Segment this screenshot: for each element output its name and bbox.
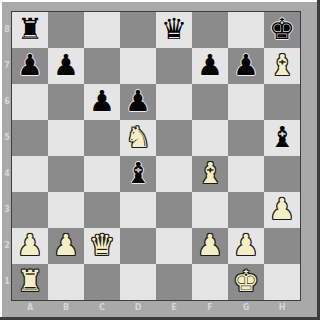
square-a7[interactable]: ♟ <box>12 48 48 84</box>
square-a3[interactable] <box>12 192 48 228</box>
white-pawn[interactable]: ♟ <box>264 192 300 228</box>
square-h6[interactable] <box>264 84 300 120</box>
rank-label-4: 4 <box>2 156 12 192</box>
square-d8[interactable] <box>120 12 156 48</box>
square-c6[interactable]: ♟ <box>84 84 120 120</box>
square-g4[interactable] <box>228 156 264 192</box>
rank-label-8: 8 <box>2 12 12 48</box>
square-e7[interactable] <box>156 48 192 84</box>
square-e8[interactable]: ♛ <box>156 12 192 48</box>
square-a1[interactable]: ♜ <box>12 264 48 300</box>
black-pawn[interactable]: ♟ <box>12 48 48 84</box>
square-b3[interactable] <box>48 192 84 228</box>
square-f8[interactable] <box>192 12 228 48</box>
file-labels: ABCDEFGH <box>12 301 300 315</box>
chess-diagram: 87654321 ♜♛♚♟♟♟♟♝♟♟♞♝♝♝♟♟♟♛♟♟♜♚ ABCDEFGH <box>0 0 320 320</box>
square-f4[interactable]: ♝ <box>192 156 228 192</box>
square-c8[interactable] <box>84 12 120 48</box>
white-queen[interactable]: ♛ <box>84 228 120 264</box>
rank-label-6: 6 <box>2 84 12 120</box>
square-a6[interactable] <box>12 84 48 120</box>
square-g5[interactable] <box>228 120 264 156</box>
square-g1[interactable]: ♚ <box>228 264 264 300</box>
square-a8[interactable]: ♜ <box>12 12 48 48</box>
rank-label-2: 2 <box>2 228 12 264</box>
square-f2[interactable]: ♟ <box>192 228 228 264</box>
square-a5[interactable] <box>12 120 48 156</box>
square-b7[interactable]: ♟ <box>48 48 84 84</box>
white-bishop[interactable]: ♝ <box>264 48 300 84</box>
square-h1[interactable] <box>264 264 300 300</box>
square-b1[interactable] <box>48 264 84 300</box>
square-b2[interactable]: ♟ <box>48 228 84 264</box>
square-g8[interactable] <box>228 12 264 48</box>
square-e5[interactable] <box>156 120 192 156</box>
black-bishop[interactable]: ♝ <box>120 156 156 192</box>
file-label-a: A <box>12 301 48 315</box>
black-rook[interactable]: ♜ <box>12 12 48 48</box>
black-pawn[interactable]: ♟ <box>228 48 264 84</box>
square-d3[interactable] <box>120 192 156 228</box>
white-rook[interactable]: ♜ <box>12 264 48 300</box>
file-label-d: D <box>120 301 156 315</box>
rank-label-5: 5 <box>2 120 12 156</box>
black-pawn[interactable]: ♟ <box>48 48 84 84</box>
square-d1[interactable] <box>120 264 156 300</box>
square-d4[interactable]: ♝ <box>120 156 156 192</box>
square-h8[interactable]: ♚ <box>264 12 300 48</box>
square-b4[interactable] <box>48 156 84 192</box>
black-pawn[interactable]: ♟ <box>120 84 156 120</box>
square-c1[interactable] <box>84 264 120 300</box>
square-c2[interactable]: ♛ <box>84 228 120 264</box>
file-label-e: E <box>156 301 192 315</box>
square-g2[interactable]: ♟ <box>228 228 264 264</box>
file-label-g: G <box>228 301 264 315</box>
square-c3[interactable] <box>84 192 120 228</box>
square-c5[interactable] <box>84 120 120 156</box>
file-label-h: H <box>264 301 300 315</box>
bevel-top-edge <box>0 0 320 2</box>
square-e3[interactable] <box>156 192 192 228</box>
file-label-b: B <box>48 301 84 315</box>
square-a2[interactable]: ♟ <box>12 228 48 264</box>
square-c7[interactable] <box>84 48 120 84</box>
square-d2[interactable] <box>120 228 156 264</box>
white-knight[interactable]: ♞ <box>120 120 156 156</box>
black-bishop[interactable]: ♝ <box>264 120 300 156</box>
square-e4[interactable] <box>156 156 192 192</box>
square-b8[interactable] <box>48 12 84 48</box>
rank-label-3: 3 <box>2 192 12 228</box>
square-h4[interactable] <box>264 156 300 192</box>
square-h2[interactable] <box>264 228 300 264</box>
square-g7[interactable]: ♟ <box>228 48 264 84</box>
square-b5[interactable] <box>48 120 84 156</box>
square-f7[interactable]: ♟ <box>192 48 228 84</box>
square-a4[interactable] <box>12 156 48 192</box>
white-pawn[interactable]: ♟ <box>12 228 48 264</box>
square-f6[interactable] <box>192 84 228 120</box>
square-b6[interactable] <box>48 84 84 120</box>
square-c4[interactable] <box>84 156 120 192</box>
chess-board: ♜♛♚♟♟♟♟♝♟♟♞♝♝♝♟♟♟♛♟♟♜♚ <box>12 12 300 300</box>
black-pawn[interactable]: ♟ <box>84 84 120 120</box>
white-pawn[interactable]: ♟ <box>192 228 228 264</box>
square-f1[interactable] <box>192 264 228 300</box>
square-h3[interactable]: ♟ <box>264 192 300 228</box>
square-e2[interactable] <box>156 228 192 264</box>
square-g3[interactable] <box>228 192 264 228</box>
square-f3[interactable] <box>192 192 228 228</box>
file-label-c: C <box>84 301 120 315</box>
square-g6[interactable] <box>228 84 264 120</box>
square-d5[interactable]: ♞ <box>120 120 156 156</box>
white-pawn[interactable]: ♟ <box>228 228 264 264</box>
rank-label-1: 1 <box>2 264 12 300</box>
square-h5[interactable]: ♝ <box>264 120 300 156</box>
square-e6[interactable] <box>156 84 192 120</box>
square-h7[interactable]: ♝ <box>264 48 300 84</box>
black-queen[interactable]: ♛ <box>156 12 192 48</box>
black-pawn[interactable]: ♟ <box>192 48 228 84</box>
square-e1[interactable] <box>156 264 192 300</box>
rank-labels: 87654321 <box>2 12 12 300</box>
square-d7[interactable] <box>120 48 156 84</box>
rank-label-7: 7 <box>2 48 12 84</box>
square-d6[interactable]: ♟ <box>120 84 156 120</box>
white-king[interactable]: ♚ <box>228 264 264 300</box>
white-bishop[interactable]: ♝ <box>192 156 228 192</box>
square-f5[interactable] <box>192 120 228 156</box>
file-label-f: F <box>192 301 228 315</box>
black-king[interactable]: ♚ <box>264 12 300 48</box>
white-pawn[interactable]: ♟ <box>48 228 84 264</box>
